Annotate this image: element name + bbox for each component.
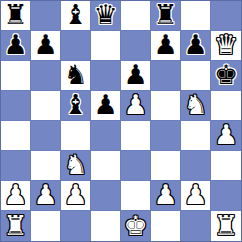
piece-black-rook[interactable]: ♜: [153, 1, 177, 28]
square-b1[interactable]: [31, 211, 61, 241]
piece-white-pawn[interactable]: ♟: [123, 91, 147, 118]
square-g1[interactable]: [181, 211, 211, 241]
square-f4[interactable]: [151, 121, 181, 151]
square-g6[interactable]: [181, 61, 211, 91]
square-c4[interactable]: [61, 121, 91, 151]
square-c5[interactable]: ♝: [61, 91, 91, 121]
square-a7[interactable]: ♟: [1, 31, 31, 61]
square-b8[interactable]: [31, 1, 61, 31]
piece-black-queen[interactable]: ♛: [93, 1, 117, 28]
square-d1[interactable]: [91, 211, 121, 241]
square-e5[interactable]: ♟: [121, 91, 151, 121]
square-b4[interactable]: [31, 121, 61, 151]
square-h3[interactable]: [211, 151, 241, 181]
square-g4[interactable]: [181, 121, 211, 151]
piece-white-king[interactable]: ♚: [123, 212, 147, 239]
square-c2[interactable]: ♟: [61, 181, 91, 211]
square-f1[interactable]: [151, 211, 181, 241]
piece-black-rook[interactable]: ♜: [3, 1, 27, 28]
piece-white-rook[interactable]: ♜: [3, 212, 27, 239]
square-f7[interactable]: ♟: [151, 31, 181, 61]
chess-board: ♜♝♛♜♟♟♟♟♛♞♟♚♝♟♟♞♟♞♟♟♟♟♟♜♚♜: [0, 0, 242, 242]
square-h2[interactable]: [211, 181, 241, 211]
piece-black-pawn[interactable]: ♟: [153, 31, 177, 58]
piece-black-pawn[interactable]: ♟: [3, 31, 27, 58]
square-f6[interactable]: [151, 61, 181, 91]
piece-white-pawn[interactable]: ♟: [3, 181, 27, 208]
square-a6[interactable]: [1, 61, 31, 91]
piece-black-bishop[interactable]: ♝: [63, 91, 87, 118]
piece-black-king[interactable]: ♚: [214, 61, 238, 88]
square-b6[interactable]: [31, 61, 61, 91]
square-h7[interactable]: ♛: [211, 31, 241, 61]
square-e2[interactable]: [121, 181, 151, 211]
square-d6[interactable]: [91, 61, 121, 91]
piece-white-rook[interactable]: ♜: [214, 212, 238, 239]
square-c6[interactable]: ♞: [61, 61, 91, 91]
square-d2[interactable]: [91, 181, 121, 211]
piece-white-queen[interactable]: ♛: [214, 31, 238, 58]
square-e4[interactable]: [121, 121, 151, 151]
square-e1[interactable]: ♚: [121, 211, 151, 241]
square-f3[interactable]: [151, 151, 181, 181]
piece-white-knight[interactable]: ♞: [183, 91, 207, 118]
square-d5[interactable]: ♟: [91, 91, 121, 121]
piece-white-knight[interactable]: ♞: [63, 151, 87, 178]
piece-black-bishop[interactable]: ♝: [63, 1, 87, 28]
square-b3[interactable]: [31, 151, 61, 181]
square-e6[interactable]: ♟: [121, 61, 151, 91]
square-a4[interactable]: [1, 121, 31, 151]
square-g7[interactable]: ♟: [181, 31, 211, 61]
square-a5[interactable]: [1, 91, 31, 121]
piece-white-pawn[interactable]: ♟: [33, 181, 57, 208]
piece-white-pawn[interactable]: ♟: [214, 121, 238, 148]
square-d3[interactable]: [91, 151, 121, 181]
square-h8[interactable]: [211, 1, 241, 31]
piece-black-knight[interactable]: ♞: [63, 61, 87, 88]
square-g2[interactable]: ♟: [181, 181, 211, 211]
piece-black-pawn[interactable]: ♟: [93, 91, 117, 118]
piece-white-pawn[interactable]: ♟: [63, 181, 87, 208]
square-h6[interactable]: ♚: [211, 61, 241, 91]
piece-white-pawn[interactable]: ♟: [183, 181, 207, 208]
square-e7[interactable]: [121, 31, 151, 61]
square-h5[interactable]: [211, 91, 241, 121]
piece-black-pawn[interactable]: ♟: [123, 61, 147, 88]
square-g5[interactable]: ♞: [181, 91, 211, 121]
square-d7[interactable]: [91, 31, 121, 61]
square-f8[interactable]: ♜: [151, 1, 181, 31]
square-e8[interactable]: [121, 1, 151, 31]
square-c1[interactable]: [61, 211, 91, 241]
square-b2[interactable]: ♟: [31, 181, 61, 211]
piece-black-pawn[interactable]: ♟: [33, 31, 57, 58]
square-b7[interactable]: ♟: [31, 31, 61, 61]
square-d8[interactable]: ♛: [91, 1, 121, 31]
square-c8[interactable]: ♝: [61, 1, 91, 31]
square-a2[interactable]: ♟: [1, 181, 31, 211]
square-g3[interactable]: [181, 151, 211, 181]
piece-black-pawn[interactable]: ♟: [183, 31, 207, 58]
square-a3[interactable]: [1, 151, 31, 181]
square-a8[interactable]: ♜: [1, 1, 31, 31]
square-f5[interactable]: [151, 91, 181, 121]
square-g8[interactable]: [181, 1, 211, 31]
square-b5[interactable]: [31, 91, 61, 121]
square-f2[interactable]: ♟: [151, 181, 181, 211]
square-a1[interactable]: ♜: [1, 211, 31, 241]
square-e3[interactable]: [121, 151, 151, 181]
square-c7[interactable]: [61, 31, 91, 61]
square-d4[interactable]: [91, 121, 121, 151]
piece-white-pawn[interactable]: ♟: [153, 181, 177, 208]
square-h1[interactable]: ♜: [211, 211, 241, 241]
square-h4[interactable]: ♟: [211, 121, 241, 151]
square-c3[interactable]: ♞: [61, 151, 91, 181]
